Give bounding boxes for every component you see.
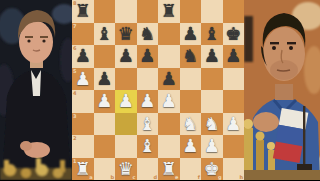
piece-bR-a8[interactable]: ♜ (75, 2, 91, 20)
square-e1[interactable]: e♜ (158, 158, 180, 181)
square-f6[interactable]: ♞ (180, 45, 202, 68)
rank-label-2: 2 (73, 136, 76, 141)
square-f8[interactable] (180, 0, 202, 23)
square-h4[interactable] (223, 90, 245, 113)
eye-left (27, 39, 30, 42)
square-h1[interactable]: h (223, 158, 245, 181)
square-b3[interactable] (94, 113, 116, 136)
piece-bB-b7[interactable]: ♝ (96, 24, 112, 42)
piece-bP-a6[interactable]: ♟ (75, 47, 91, 65)
square-d1[interactable]: d (137, 158, 159, 181)
eyebrow-left (270, 42, 279, 44)
square-e2[interactable] (158, 135, 180, 158)
piece-bP-c6[interactable]: ♟ (118, 47, 134, 65)
piece-wP-e4[interactable]: ♟ (161, 92, 177, 110)
piece-wP-g2[interactable]: ♟ (204, 137, 220, 155)
piece-wK-g1[interactable]: ♚ (204, 159, 220, 177)
square-e7[interactable] (158, 23, 180, 46)
square-a3[interactable]: 3 (72, 113, 94, 136)
video-thumbnail: 8♜♜7♝♛♞♟♝♚6♟♟♟♞♟♟5♟♟♟4♟♟♟♟3♝♞♞♟2♝♟♟1a♜bc… (0, 0, 320, 180)
square-d3[interactable]: ♝ (137, 113, 159, 136)
square-f3[interactable]: ♞ (180, 113, 202, 136)
piece-bP-e5[interactable]: ♟ (161, 69, 177, 87)
square-a4[interactable]: 4 (72, 90, 94, 113)
square-f2[interactable]: ♟ (180, 135, 202, 158)
square-h7[interactable]: ♚ (223, 23, 245, 46)
square-b6[interactable] (94, 45, 116, 68)
hand (20, 141, 32, 151)
file-label-f: f (198, 175, 200, 180)
piece-wP-f2[interactable]: ♟ (182, 137, 198, 155)
eyebrow-left (25, 36, 33, 38)
square-e5[interactable]: ♟ (158, 68, 180, 91)
square-h8[interactable] (223, 0, 245, 23)
eye-right (42, 39, 45, 42)
rank-label-3: 3 (73, 114, 76, 119)
square-b5[interactable]: ♟ (94, 68, 116, 91)
square-c3[interactable] (115, 113, 137, 136)
square-g5[interactable] (201, 68, 223, 91)
square-a7[interactable]: 7 (72, 23, 94, 46)
square-g7[interactable]: ♝ (201, 23, 223, 46)
right-player-photo-art (244, 0, 320, 180)
piece-bB-g7[interactable]: ♝ (204, 24, 220, 42)
square-f4[interactable] (180, 90, 202, 113)
piece-wN-g3[interactable]: ♞ (204, 114, 220, 132)
file-label-d: d (153, 175, 157, 180)
square-c8[interactable] (115, 0, 137, 23)
piece-wR-a1[interactable]: ♜ (75, 159, 91, 177)
square-c6[interactable]: ♟ (115, 45, 137, 68)
flag-stand (297, 164, 312, 170)
eyebrow-right (287, 42, 296, 44)
piece-wQ-c1[interactable]: ♛ (118, 159, 134, 177)
square-h5[interactable] (223, 68, 245, 91)
rank-label-4: 4 (73, 91, 76, 96)
chess-board: 8♜♜7♝♛♞♟♝♚6♟♟♟♞♟♟5♟♟♟4♟♟♟♟3♝♞♞♟2♝♟♟1a♜bc… (72, 0, 244, 180)
piece-wP-c4[interactable]: ♟ (118, 92, 134, 110)
piece-bP-f7[interactable]: ♟ (182, 24, 198, 42)
square-d2[interactable]: ♝ (137, 135, 159, 158)
piece-bP-h6[interactable]: ♟ (225, 47, 241, 65)
square-a1[interactable]: 1a♜ (72, 158, 94, 181)
piece-bP-d6[interactable]: ♟ (139, 47, 155, 65)
square-b4[interactable]: ♟ (94, 90, 116, 113)
square-a6[interactable]: 6♟ (72, 45, 94, 68)
square-c2[interactable] (115, 135, 137, 158)
piece-wB-d3[interactable]: ♝ (139, 114, 155, 132)
piece-wP-d4[interactable]: ♟ (139, 92, 155, 110)
square-b8[interactable] (94, 0, 116, 23)
eyebrow-right (40, 36, 48, 38)
square-a5[interactable]: 5♟ (72, 68, 94, 91)
square-d4[interactable]: ♟ (137, 90, 159, 113)
piece-wR-e1[interactable]: ♜ (161, 159, 177, 177)
eye-right (289, 46, 293, 50)
square-f7[interactable]: ♟ (180, 23, 202, 46)
square-f5[interactable] (180, 68, 202, 91)
piece-bN-d7[interactable]: ♞ (139, 24, 155, 42)
piece-bN-f6[interactable]: ♞ (182, 47, 198, 65)
stubble (270, 60, 298, 80)
piece-wB-d2[interactable]: ♝ (139, 137, 155, 155)
flag-pole (303, 106, 305, 168)
square-e8[interactable]: ♜ (158, 0, 180, 23)
piece-wN-f3[interactable]: ♞ (182, 114, 198, 132)
square-c7[interactable]: ♛ (115, 23, 137, 46)
square-g4[interactable] (201, 90, 223, 113)
square-d6[interactable]: ♟ (137, 45, 159, 68)
square-e3[interactable] (158, 113, 180, 136)
square-a2[interactable]: 2 (72, 135, 94, 158)
file-label-b: b (110, 175, 114, 180)
neck (275, 84, 293, 100)
square-g6[interactable]: ♟ (201, 45, 223, 68)
square-g1[interactable]: g♚ (201, 158, 223, 181)
piece-wP-b4[interactable]: ♟ (96, 92, 112, 110)
square-c4[interactable]: ♟ (115, 90, 137, 113)
square-g3[interactable]: ♞ (201, 113, 223, 136)
left-player-photo-art (0, 0, 72, 180)
square-e6[interactable] (158, 45, 180, 68)
piece-bQ-c7[interactable]: ♛ (118, 24, 134, 42)
square-d5[interactable] (137, 68, 159, 91)
square-b7[interactable]: ♝ (94, 23, 116, 46)
square-b2[interactable] (94, 135, 116, 158)
piece-wP-a5[interactable]: ♟ (75, 69, 91, 87)
square-d7[interactable]: ♞ (137, 23, 159, 46)
square-f1[interactable]: f (180, 158, 202, 181)
square-b1[interactable]: b (94, 158, 116, 181)
square-g8[interactable] (201, 0, 223, 23)
piece-bK-h7[interactable]: ♚ (225, 24, 241, 42)
square-e4[interactable]: ♟ (158, 90, 180, 113)
square-d8[interactable] (137, 0, 159, 23)
piece-bP-g6[interactable]: ♟ (204, 47, 220, 65)
square-h2[interactable] (223, 135, 245, 158)
piece-wP-h3[interactable]: ♟ (225, 114, 241, 132)
square-h3[interactable]: ♟ (223, 113, 245, 136)
square-c5[interactable] (115, 68, 137, 91)
eye-left (272, 46, 276, 50)
piece-bR-e8[interactable]: ♜ (161, 2, 177, 20)
rank-label-7: 7 (73, 24, 76, 29)
hand (253, 112, 279, 132)
square-h6[interactable]: ♟ (223, 45, 245, 68)
left-player-photo (0, 0, 72, 180)
right-player-photo (244, 0, 320, 180)
piece-bP-b5[interactable]: ♟ (96, 69, 112, 87)
square-c1[interactable]: c♛ (115, 158, 137, 181)
square-g2[interactable]: ♟ (201, 135, 223, 158)
file-label-h: h (239, 175, 243, 180)
square-a8[interactable]: 8♜ (72, 0, 94, 23)
